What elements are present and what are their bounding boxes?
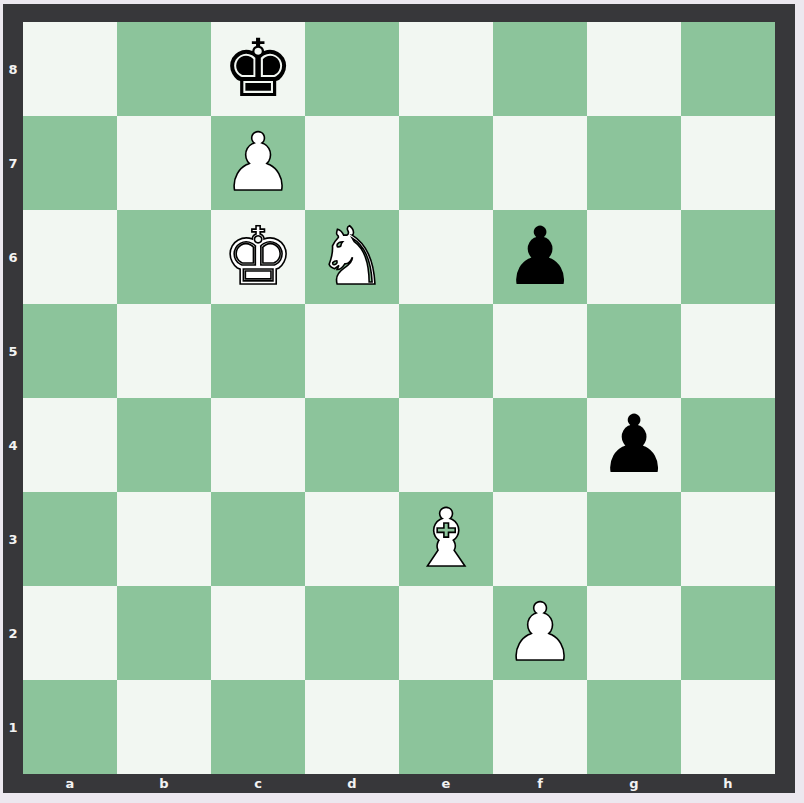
rank-label-6: 6 xyxy=(3,210,23,304)
page-background: { "game": "chess", "position": { "fen": … xyxy=(0,0,804,803)
rank-label-7: 7 xyxy=(3,116,23,210)
square-c4[interactable] xyxy=(211,398,305,492)
square-d3[interactable] xyxy=(305,492,399,586)
square-c7[interactable]: ♟ xyxy=(211,116,305,210)
square-c5[interactable] xyxy=(211,304,305,398)
square-d4[interactable] xyxy=(305,398,399,492)
square-h8[interactable] xyxy=(681,22,775,116)
square-h7[interactable] xyxy=(681,116,775,210)
square-g8[interactable] xyxy=(587,22,681,116)
square-h1[interactable] xyxy=(681,680,775,774)
square-c8[interactable]: ♚ xyxy=(211,22,305,116)
square-c6[interactable]: ♚ xyxy=(211,210,305,304)
piece-white-pawn-c7[interactable]: ♟ xyxy=(211,116,305,210)
square-d5[interactable] xyxy=(305,304,399,398)
square-a6[interactable] xyxy=(23,210,117,304)
square-a3[interactable] xyxy=(23,492,117,586)
piece-white-bishop-e3[interactable]: ♝ xyxy=(399,492,493,586)
square-b7[interactable] xyxy=(117,116,211,210)
square-a5[interactable] xyxy=(23,304,117,398)
file-label-a: a xyxy=(23,774,117,793)
square-g6[interactable] xyxy=(587,210,681,304)
file-label-f: f xyxy=(493,774,587,793)
square-g7[interactable] xyxy=(587,116,681,210)
square-a4[interactable] xyxy=(23,398,117,492)
square-c3[interactable] xyxy=(211,492,305,586)
square-g2[interactable] xyxy=(587,586,681,680)
square-f7[interactable] xyxy=(493,116,587,210)
square-f2[interactable]: ♟ xyxy=(493,586,587,680)
square-f8[interactable] xyxy=(493,22,587,116)
square-g3[interactable] xyxy=(587,492,681,586)
piece-white-knight-d6[interactable]: ♞ xyxy=(305,210,399,304)
square-f6[interactable]: ♟ xyxy=(493,210,587,304)
square-h3[interactable] xyxy=(681,492,775,586)
square-h2[interactable] xyxy=(681,586,775,680)
square-b1[interactable] xyxy=(117,680,211,774)
file-label-e: e xyxy=(399,774,493,793)
file-label-h: h xyxy=(681,774,775,793)
square-d8[interactable] xyxy=(305,22,399,116)
rank-label-5: 5 xyxy=(3,304,23,398)
square-e2[interactable] xyxy=(399,586,493,680)
piece-white-king-c6[interactable]: ♚ xyxy=(211,210,305,304)
file-label-b: b xyxy=(117,774,211,793)
square-e1[interactable] xyxy=(399,680,493,774)
square-b6[interactable] xyxy=(117,210,211,304)
square-b3[interactable] xyxy=(117,492,211,586)
file-label-d: d xyxy=(305,774,399,793)
square-h6[interactable] xyxy=(681,210,775,304)
square-b2[interactable] xyxy=(117,586,211,680)
square-h4[interactable] xyxy=(681,398,775,492)
square-a1[interactable] xyxy=(23,680,117,774)
piece-black-king-c8[interactable]: ♚ xyxy=(211,22,305,116)
rank-label-3: 3 xyxy=(3,492,23,586)
square-h5[interactable] xyxy=(681,304,775,398)
square-c2[interactable] xyxy=(211,586,305,680)
square-e7[interactable] xyxy=(399,116,493,210)
square-e4[interactable] xyxy=(399,398,493,492)
piece-black-pawn-g4[interactable]: ♟ xyxy=(587,398,681,492)
square-d7[interactable] xyxy=(305,116,399,210)
square-e8[interactable] xyxy=(399,22,493,116)
square-d2[interactable] xyxy=(305,586,399,680)
square-g1[interactable] xyxy=(587,680,681,774)
square-a7[interactable] xyxy=(23,116,117,210)
rank-label-1: 1 xyxy=(3,680,23,774)
square-f4[interactable] xyxy=(493,398,587,492)
square-e6[interactable] xyxy=(399,210,493,304)
rank-label-8: 8 xyxy=(3,22,23,116)
square-b5[interactable] xyxy=(117,304,211,398)
square-a8[interactable] xyxy=(23,22,117,116)
square-b4[interactable] xyxy=(117,398,211,492)
rank-label-2: 2 xyxy=(3,586,23,680)
square-a2[interactable] xyxy=(23,586,117,680)
square-b8[interactable] xyxy=(117,22,211,116)
chess-board: ♚♟♚♞♟♟♝♟ xyxy=(23,22,775,774)
square-e5[interactable] xyxy=(399,304,493,398)
square-f1[interactable] xyxy=(493,680,587,774)
file-label-g: g xyxy=(587,774,681,793)
board-frame: ♚♟♚♞♟♟♝♟ 87654321abcdefgh xyxy=(3,4,795,793)
square-d1[interactable] xyxy=(305,680,399,774)
square-c1[interactable] xyxy=(211,680,305,774)
piece-white-pawn-f2[interactable]: ♟ xyxy=(493,586,587,680)
square-e3[interactable]: ♝ xyxy=(399,492,493,586)
piece-black-pawn-f6[interactable]: ♟ xyxy=(493,210,587,304)
square-g5[interactable] xyxy=(587,304,681,398)
square-f5[interactable] xyxy=(493,304,587,398)
rank-label-4: 4 xyxy=(3,398,23,492)
square-d6[interactable]: ♞ xyxy=(305,210,399,304)
square-g4[interactable]: ♟ xyxy=(587,398,681,492)
file-label-c: c xyxy=(211,774,305,793)
square-f3[interactable] xyxy=(493,492,587,586)
